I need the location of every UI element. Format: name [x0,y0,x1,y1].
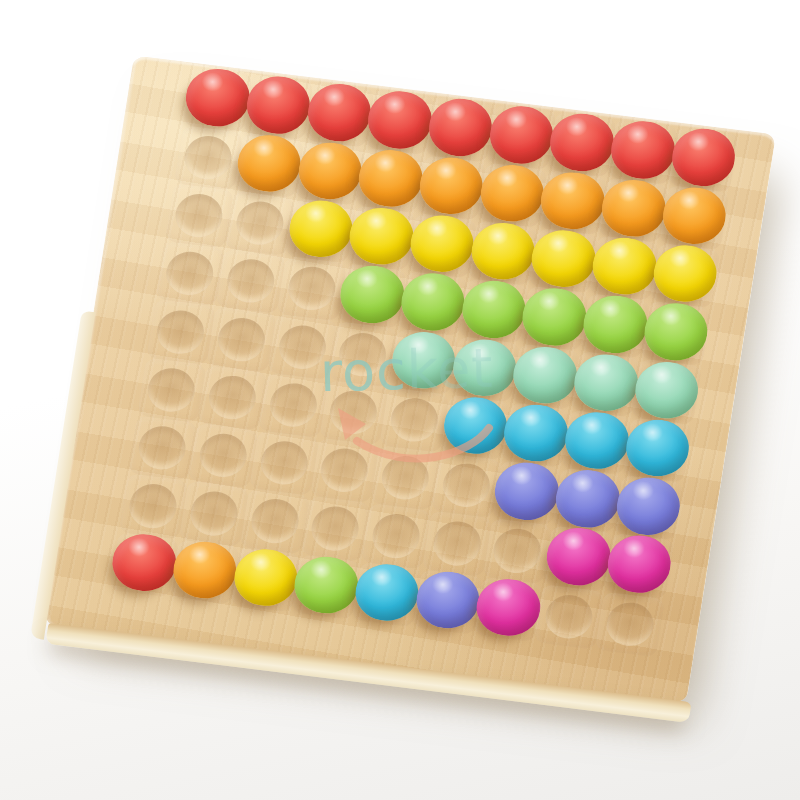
photo-scene: rocket [0,0,800,800]
bead-cyan-blue[interactable] [622,416,693,480]
bead-red[interactable] [304,81,375,145]
empty-dimple [327,388,380,437]
cell-r9c8[interactable] [534,584,604,650]
cell-r3c4[interactable] [346,205,416,271]
cell-r3c1[interactable] [164,183,234,249]
cell-r4c5[interactable] [398,271,468,337]
bead-periwinkle-blue[interactable] [412,568,483,632]
cell-r1c7[interactable] [547,111,617,177]
cell-r5c4[interactable] [328,321,398,387]
bead-cyan-blue[interactable] [561,409,632,473]
bead-cyan-blue[interactable] [351,560,422,624]
cell-r6c4[interactable] [319,380,389,446]
empty-dimple [267,381,320,430]
cell-r3c2[interactable] [225,190,295,256]
board-grid [109,67,738,657]
bead-orange[interactable] [537,169,608,233]
cell-r5c2[interactable] [207,307,277,373]
empty-dimple [318,446,371,495]
empty-dimple [224,257,277,306]
empty-dimple [136,424,189,473]
cell-r6c8[interactable] [562,409,632,475]
bead-orange[interactable] [234,131,305,195]
bead-lime-green[interactable] [291,553,362,617]
bead-orange[interactable] [355,146,426,210]
cell-r9c1[interactable] [109,531,179,597]
cell-r8c6[interactable] [422,511,492,577]
cell-r2c9[interactable] [659,185,729,251]
bead-periwinkle-blue[interactable] [613,474,684,538]
cell-r2c8[interactable] [598,177,668,243]
cell-r6c6[interactable] [440,395,510,461]
bead-yellow[interactable] [589,234,660,298]
cell-r1c9[interactable] [668,126,738,192]
cell-r1c5[interactable] [425,97,495,163]
bead-magenta-pink[interactable] [603,532,674,596]
cell-r9c6[interactable] [413,569,483,635]
cell-r2c1[interactable] [173,125,243,191]
bead-yellow[interactable] [407,212,478,276]
cell-r8c7[interactable] [483,518,553,584]
bead-orange[interactable] [294,139,365,203]
empty-dimple [127,482,180,531]
bead-red[interactable] [243,73,314,137]
cell-r9c3[interactable] [231,546,301,612]
cell-r1c4[interactable] [365,89,435,155]
cell-r7c5[interactable] [370,445,440,511]
empty-dimple [187,489,240,538]
bead-yellow[interactable] [649,242,720,306]
bead-red[interactable] [668,125,739,189]
empty-dimple [430,519,483,568]
bead-red[interactable] [425,96,496,160]
empty-dimple [603,600,656,649]
empty-dimple [164,249,217,298]
bead-yellow[interactable] [346,204,417,268]
cell-r4c2[interactable] [216,248,286,314]
empty-dimple [491,527,544,576]
bead-mint-green[interactable] [631,358,702,422]
empty-dimple [173,191,226,240]
cell-r8c3[interactable] [240,488,310,554]
cell-r7c9[interactable] [613,475,683,541]
bead-yellow[interactable] [230,545,301,609]
cell-r8c1[interactable] [118,473,188,539]
cell-r5c8[interactable] [571,351,641,417]
bead-red[interactable] [607,118,678,182]
cell-r3c7[interactable] [528,228,598,294]
empty-dimple [439,461,492,510]
bead-yellow[interactable] [528,227,599,291]
empty-dimple [388,395,441,444]
empty-dimple [248,497,301,546]
bead-mint-green[interactable] [388,328,459,392]
cell-r6c5[interactable] [379,387,449,453]
bead-board [44,56,776,704]
cell-r9c5[interactable] [352,561,422,627]
bead-red[interactable] [546,111,617,175]
bead-red[interactable] [486,103,557,167]
cell-r5c5[interactable] [389,329,459,395]
cell-r5c1[interactable] [146,299,216,365]
bead-yellow[interactable] [467,219,538,283]
cell-r7c3[interactable] [249,430,319,496]
cell-r2c5[interactable] [416,155,486,221]
bead-periwinkle-blue[interactable] [552,467,623,531]
bead-periwinkle-blue[interactable] [491,459,562,523]
cell-r3c6[interactable] [468,220,538,286]
bead-cyan-blue[interactable] [500,401,571,465]
cell-r7c1[interactable] [127,415,197,481]
empty-dimple [145,366,198,415]
cell-r7c4[interactable] [310,438,380,504]
empty-dimple [197,431,250,480]
empty-dimple [206,373,259,422]
cell-r2c3[interactable] [295,140,365,206]
bead-lime-green[interactable] [458,277,529,341]
cell-r1c8[interactable] [608,119,678,185]
bead-lime-green[interactable] [640,300,711,364]
bead-mint-green[interactable] [510,343,581,407]
empty-dimple [257,439,310,488]
cell-r9c7[interactable] [473,576,543,642]
cell-r8c5[interactable] [361,503,431,569]
bead-lime-green[interactable] [397,270,468,334]
bead-magenta-pink[interactable] [473,575,544,639]
cell-r2c6[interactable] [477,162,547,228]
bead-orange[interactable] [169,538,240,602]
cell-r1c1[interactable] [183,67,253,133]
bead-yellow[interactable] [285,197,356,261]
cell-r1c3[interactable] [304,82,374,148]
cell-r2c7[interactable] [538,170,608,236]
cell-r6c3[interactable] [258,372,328,438]
empty-dimple [379,454,432,503]
cell-r1c6[interactable] [486,104,556,170]
bead-orange[interactable] [476,161,547,225]
cell-r9c4[interactable] [291,554,361,620]
cell-r4c3[interactable] [276,256,346,322]
empty-dimple [370,512,423,561]
empty-dimple [182,133,235,182]
bead-red[interactable] [364,88,435,152]
cell-r3c9[interactable] [650,243,720,309]
cell-r6c2[interactable] [197,365,267,431]
bead-orange[interactable] [659,184,730,248]
cell-r9c9[interactable] [595,591,665,657]
empty-dimple [154,308,207,357]
cell-r8c4[interactable] [300,496,370,562]
empty-dimple [215,315,268,364]
bead-mint-green[interactable] [449,335,520,399]
board-left-side-edge [30,310,96,640]
cell-r5c6[interactable] [449,336,519,402]
cell-r3c5[interactable] [407,213,477,279]
cell-r4c9[interactable] [641,301,711,367]
bead-red[interactable] [109,531,180,595]
cell-r7c6[interactable] [431,453,501,519]
cell-r4c1[interactable] [155,241,225,307]
cell-r4c7[interactable] [519,286,589,352]
bead-orange[interactable] [598,176,669,240]
cell-r5c3[interactable] [267,314,337,380]
cell-r6c7[interactable] [501,402,571,468]
bead-orange[interactable] [416,154,487,218]
empty-dimple [309,504,362,553]
bead-lime-green[interactable] [337,262,408,326]
empty-dimple [276,322,329,371]
empty-dimple [543,592,596,641]
cell-r4c4[interactable] [337,263,407,329]
cell-r7c7[interactable] [492,460,562,526]
bead-red[interactable] [182,66,253,130]
cell-r5c9[interactable] [632,359,702,425]
cell-r6c1[interactable] [137,357,207,423]
cell-r4c6[interactable] [459,278,529,344]
cell-r2c4[interactable] [356,147,426,213]
cell-r5c7[interactable] [510,344,580,410]
cell-r4c8[interactable] [580,293,650,359]
empty-dimple [336,330,389,379]
cell-r3c3[interactable] [286,198,356,264]
cell-r2c2[interactable] [234,132,304,198]
cell-r7c2[interactable] [188,423,258,489]
bead-magenta-pink[interactable] [543,525,614,589]
cell-r3c8[interactable] [589,235,659,301]
cell-r6c9[interactable] [622,417,692,483]
bead-cyan-blue[interactable] [440,394,511,458]
bead-mint-green[interactable] [570,350,641,414]
bead-lime-green[interactable] [579,292,650,356]
bead-lime-green[interactable] [519,285,590,349]
cell-r8c9[interactable] [604,533,674,599]
cell-r7c8[interactable] [552,468,622,534]
cell-r9c2[interactable] [170,539,240,605]
cell-r1c2[interactable] [243,74,313,140]
cell-r8c2[interactable] [179,481,249,547]
cell-r8c8[interactable] [543,526,613,592]
empty-dimple [233,199,286,248]
empty-dimple [285,264,338,313]
